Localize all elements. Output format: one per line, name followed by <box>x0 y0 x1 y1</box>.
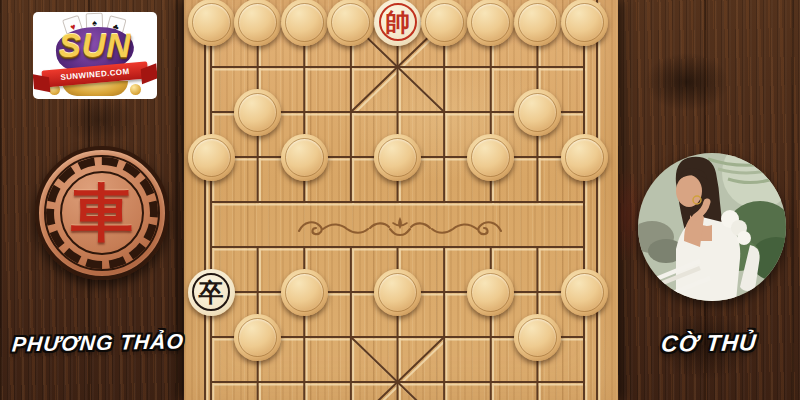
piece-facedown[interactable] <box>234 89 281 136</box>
chariot-badge: 車 <box>35 146 169 280</box>
avatar-photo <box>638 153 786 301</box>
piece-glyph: 帥 <box>374 0 421 46</box>
piece-facedown[interactable] <box>514 89 561 136</box>
piece-facedown[interactable] <box>281 0 328 46</box>
river-ornament-icon <box>295 215 505 241</box>
piece-facedown[interactable] <box>467 269 514 316</box>
piece-facedown[interactable] <box>374 134 421 181</box>
sunwin-logo: ♥ ♠ ♣ SUN SUNWINED.COM <box>33 12 157 99</box>
piece-facedown[interactable] <box>467 134 514 181</box>
piece-facedown[interactable] <box>281 134 328 181</box>
piece-facedown[interactable] <box>514 314 561 361</box>
piece-glyph: 卒 <box>188 269 235 316</box>
logo-brand-text: SUN <box>33 27 157 65</box>
scene: ♥ ♠ ♣ SUN SUNWINED.COM 車 <box>0 0 800 400</box>
piece-facedown[interactable] <box>514 0 561 46</box>
piece-facedown[interactable] <box>188 0 235 46</box>
xiangqi-board[interactable]: 帥卒 <box>184 0 618 400</box>
chariot-glyph: 車 <box>39 150 165 276</box>
piece-facedown[interactable] <box>561 269 608 316</box>
piece-facedown[interactable] <box>374 269 421 316</box>
piece-red-general[interactable]: 帥 <box>374 0 421 46</box>
piece-facedown[interactable] <box>467 0 514 46</box>
piece-facedown[interactable] <box>234 314 281 361</box>
piece-facedown[interactable] <box>561 0 608 46</box>
piece-facedown[interactable] <box>234 0 281 46</box>
player-avatar <box>638 153 786 301</box>
piece-facedown[interactable] <box>421 0 468 46</box>
player-name-right: CỜ THỦ <box>627 329 792 359</box>
piece-facedown[interactable] <box>188 134 235 181</box>
piece-facedown[interactable] <box>561 134 608 181</box>
piece-facedown[interactable] <box>281 269 328 316</box>
piece-black-soldier[interactable]: 卒 <box>188 269 235 316</box>
gold-coin-icon <box>130 84 141 95</box>
player-name-left: PHƯƠNG THẢO <box>7 329 189 356</box>
piece-facedown[interactable] <box>327 0 374 46</box>
